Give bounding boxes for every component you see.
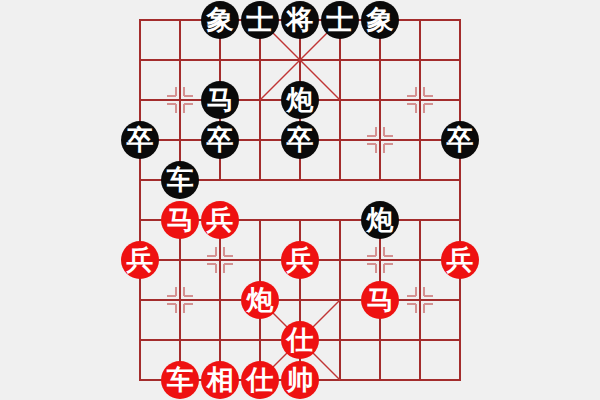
- piece-black-cannon[interactable]: 炮: [281, 81, 319, 119]
- piece-red-chariot[interactable]: 车: [161, 361, 199, 399]
- piece-red-general[interactable]: 帅: [281, 361, 319, 399]
- piece-red-soldier[interactable]: 兵: [201, 201, 239, 239]
- piece-red-advisor[interactable]: 仕: [281, 321, 319, 359]
- piece-black-horse[interactable]: 马: [201, 81, 239, 119]
- piece-red-cannon[interactable]: 炮: [241, 281, 279, 319]
- piece-black-soldier[interactable]: 卒: [121, 121, 159, 159]
- xiangqi-screen: 象士将士象马炮卒卒卒卒车马兵炮兵兵兵炮马仕车相仕帅: [0, 0, 600, 400]
- piece-black-soldier[interactable]: 卒: [281, 121, 319, 159]
- piece-red-soldier[interactable]: 兵: [281, 241, 319, 279]
- piece-black-soldier[interactable]: 卒: [201, 121, 239, 159]
- piece-black-advisor[interactable]: 士: [321, 1, 359, 39]
- piece-black-advisor[interactable]: 士: [241, 1, 279, 39]
- piece-red-horse[interactable]: 马: [361, 281, 399, 319]
- piece-black-chariot[interactable]: 车: [161, 161, 199, 199]
- piece-black-soldier[interactable]: 卒: [441, 121, 479, 159]
- piece-red-soldier[interactable]: 兵: [441, 241, 479, 279]
- piece-black-elephant[interactable]: 象: [361, 1, 399, 39]
- piece-red-elephant[interactable]: 相: [201, 361, 239, 399]
- piece-red-horse[interactable]: 马: [161, 201, 199, 239]
- piece-red-soldier[interactable]: 兵: [121, 241, 159, 279]
- piece-black-general[interactable]: 将: [281, 1, 319, 39]
- piece-black-elephant[interactable]: 象: [201, 1, 239, 39]
- piece-black-cannon[interactable]: 炮: [361, 201, 399, 239]
- piece-red-advisor[interactable]: 仕: [241, 361, 279, 399]
